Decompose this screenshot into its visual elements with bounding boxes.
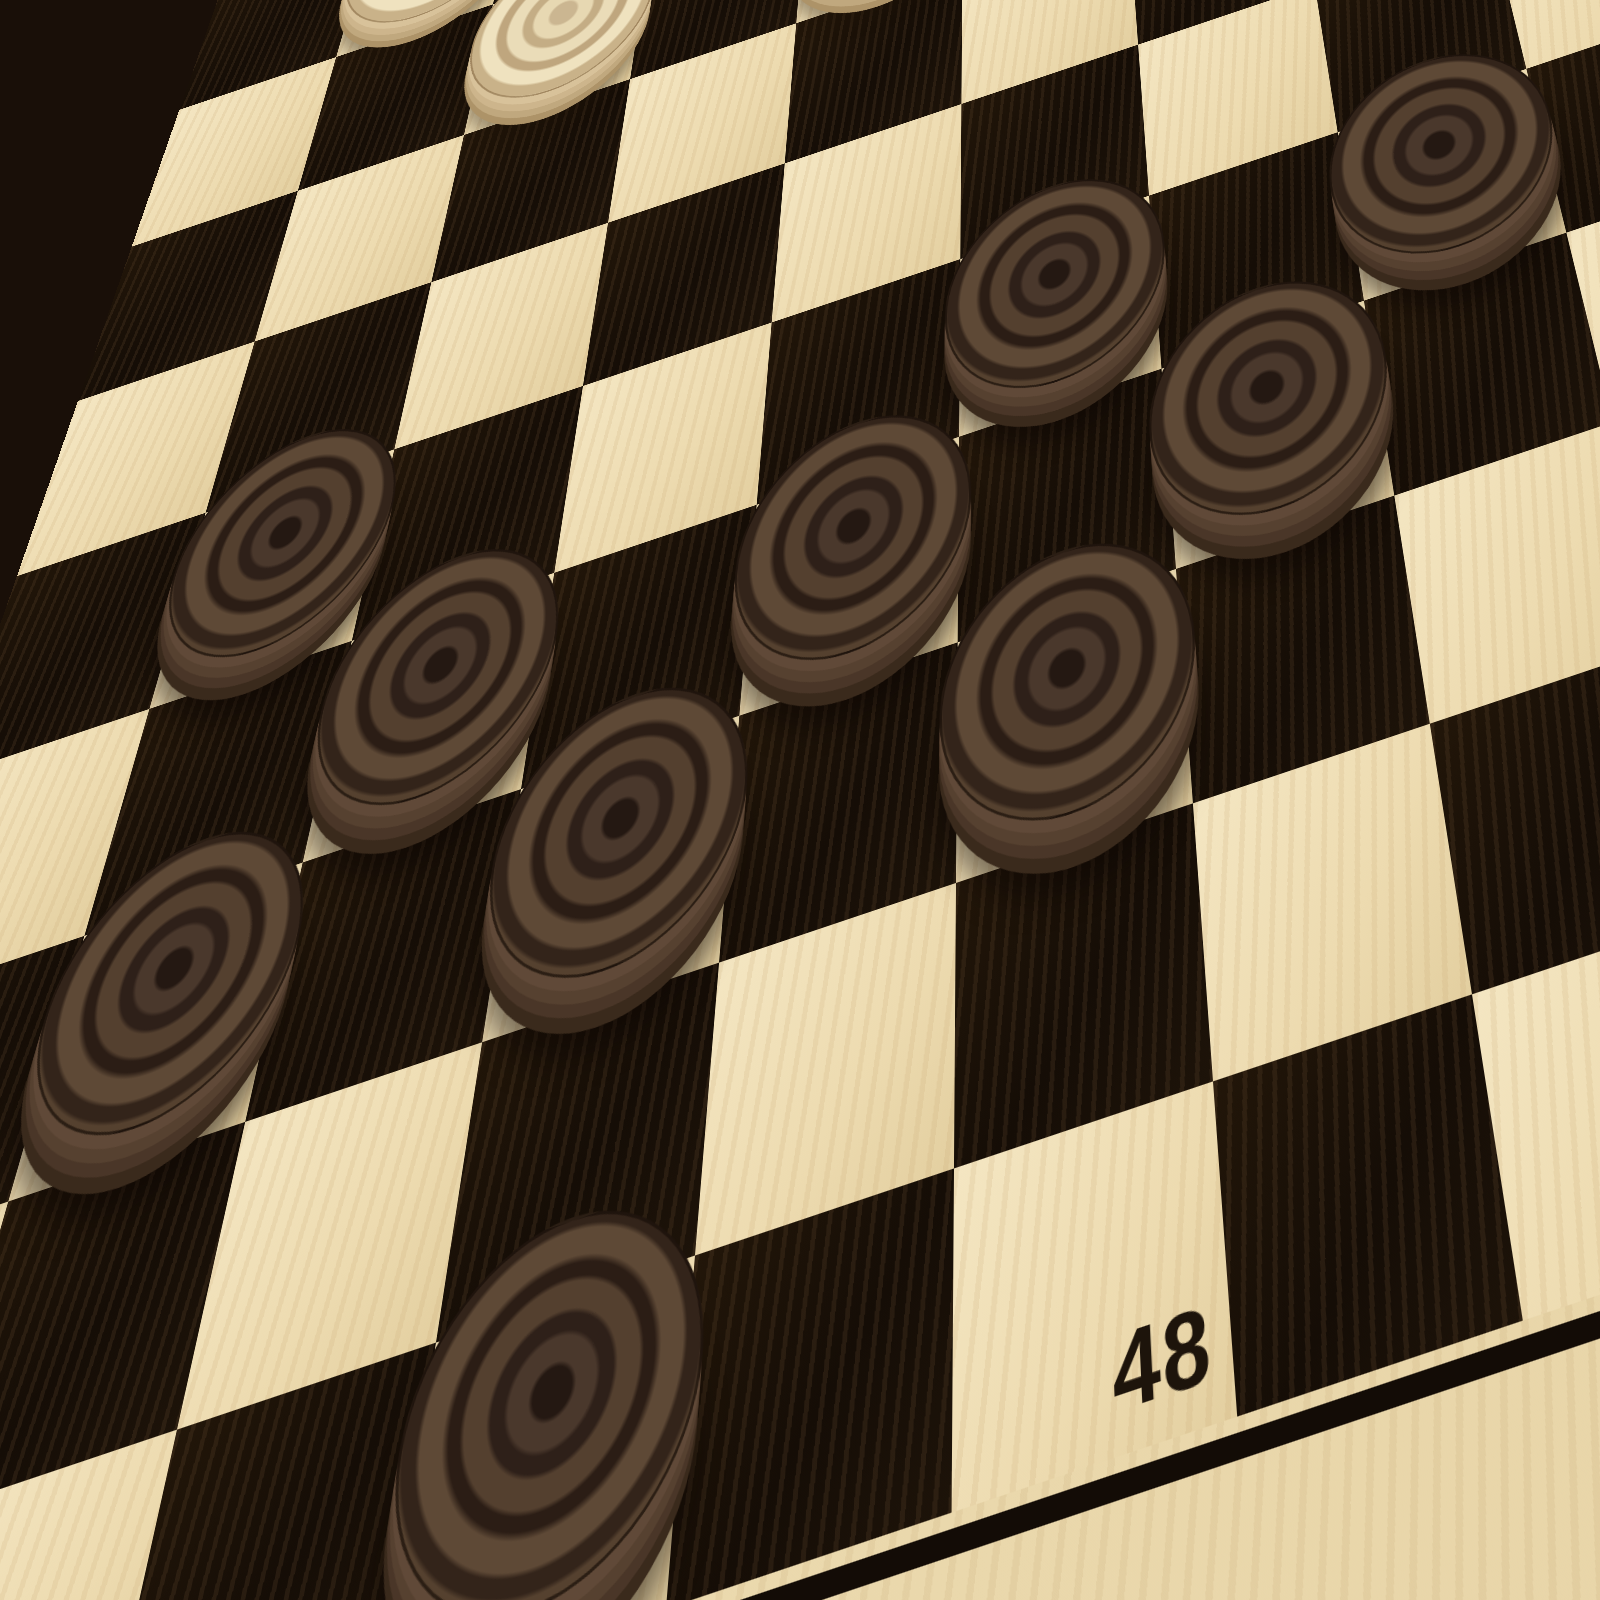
board-grid: 4748 <box>0 0 1600 1600</box>
square-number-label: 48 <box>1110 1280 1216 1439</box>
draughts-board: 4748 <box>0 0 1600 1600</box>
board-photo: 4748 <box>0 0 1600 1600</box>
